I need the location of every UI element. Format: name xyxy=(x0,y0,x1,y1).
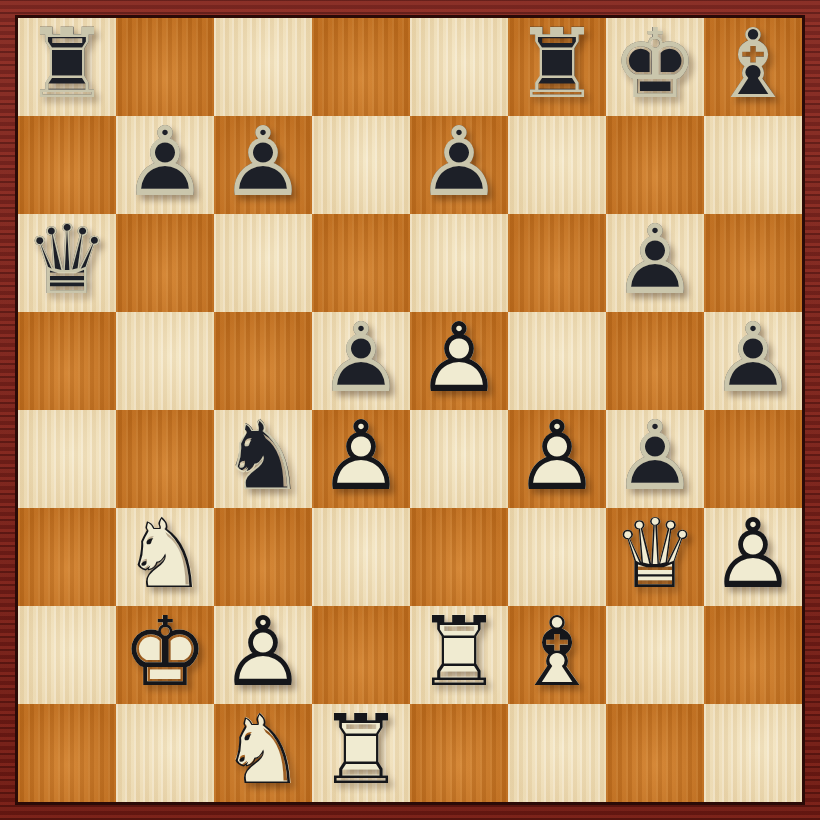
white-pawn-outline-icon: ♙ xyxy=(214,603,312,701)
square-g5[interactable] xyxy=(606,312,704,410)
black-knight-outline-icon: ♘ xyxy=(214,407,312,505)
square-c8[interactable] xyxy=(214,18,312,116)
square-a2[interactable] xyxy=(18,606,116,704)
piece-white-pawn[interactable]: ♟♙ xyxy=(508,410,606,508)
white-king-outline-icon: ♔ xyxy=(116,603,214,701)
square-b5[interactable] xyxy=(116,312,214,410)
black-pawn-outline-icon: ♙ xyxy=(410,113,508,211)
square-c4[interactable]: ♞♘ xyxy=(214,410,312,508)
square-e5[interactable]: ♟♙ xyxy=(410,312,508,410)
white-knight-outline-icon: ♘ xyxy=(116,505,214,603)
square-b8[interactable] xyxy=(116,18,214,116)
square-b6[interactable] xyxy=(116,214,214,312)
piece-black-knight[interactable]: ♞♘ xyxy=(214,410,312,508)
piece-black-queen[interactable]: ♛♕ xyxy=(18,214,116,312)
square-e8[interactable] xyxy=(410,18,508,116)
white-rook-outline-icon: ♖ xyxy=(410,603,508,701)
piece-white-pawn[interactable]: ♟♙ xyxy=(214,606,312,704)
square-f4[interactable]: ♟♙ xyxy=(508,410,606,508)
black-king-outline-icon: ♔ xyxy=(606,15,704,113)
square-f3[interactable] xyxy=(508,508,606,606)
square-h4[interactable] xyxy=(704,410,802,508)
square-h2[interactable] xyxy=(704,606,802,704)
square-g2[interactable] xyxy=(606,606,704,704)
square-d3[interactable] xyxy=(312,508,410,606)
black-rook-outline-icon: ♖ xyxy=(18,15,116,113)
piece-white-pawn[interactable]: ♟♙ xyxy=(312,410,410,508)
black-pawn-outline-icon: ♙ xyxy=(214,113,312,211)
square-c6[interactable] xyxy=(214,214,312,312)
board-frame: ♜♖♜♖♚♔♝♗♟♙♟♙♟♙♛♕♟♙♟♙♟♙♟♙♞♘♟♙♟♙♟♙♞♘♛♕♟♙♚♔… xyxy=(0,0,820,820)
square-e2[interactable]: ♜♖ xyxy=(410,606,508,704)
piece-black-pawn[interactable]: ♟♙ xyxy=(214,116,312,214)
piece-black-pawn[interactable]: ♟♙ xyxy=(606,410,704,508)
square-f7[interactable] xyxy=(508,116,606,214)
white-pawn-outline-icon: ♙ xyxy=(704,505,802,603)
chess-board: ♜♖♜♖♚♔♝♗♟♙♟♙♟♙♛♕♟♙♟♙♟♙♟♙♞♘♟♙♟♙♟♙♞♘♛♕♟♙♚♔… xyxy=(15,15,805,805)
square-h5[interactable]: ♟♙ xyxy=(704,312,802,410)
square-e7[interactable]: ♟♙ xyxy=(410,116,508,214)
square-a7[interactable] xyxy=(18,116,116,214)
square-h6[interactable] xyxy=(704,214,802,312)
square-a5[interactable] xyxy=(18,312,116,410)
square-a1[interactable] xyxy=(18,704,116,802)
piece-black-pawn[interactable]: ♟♙ xyxy=(312,312,410,410)
white-pawn-outline-icon: ♙ xyxy=(410,309,508,407)
white-bishop-outline-icon: ♗ xyxy=(508,603,606,701)
piece-black-pawn[interactable]: ♟♙ xyxy=(116,116,214,214)
square-c7[interactable]: ♟♙ xyxy=(214,116,312,214)
square-a4[interactable] xyxy=(18,410,116,508)
square-b3[interactable]: ♞♘ xyxy=(116,508,214,606)
square-b4[interactable] xyxy=(116,410,214,508)
square-e1[interactable] xyxy=(410,704,508,802)
square-d7[interactable] xyxy=(312,116,410,214)
piece-black-pawn[interactable]: ♟♙ xyxy=(410,116,508,214)
square-e6[interactable] xyxy=(410,214,508,312)
black-pawn-outline-icon: ♙ xyxy=(704,309,802,407)
square-h8[interactable]: ♝♗ xyxy=(704,18,802,116)
piece-white-rook[interactable]: ♜♖ xyxy=(410,606,508,704)
black-pawn-outline-icon: ♙ xyxy=(116,113,214,211)
white-queen-outline-icon: ♕ xyxy=(606,505,704,603)
square-b1[interactable] xyxy=(116,704,214,802)
square-d5[interactable]: ♟♙ xyxy=(312,312,410,410)
square-d6[interactable] xyxy=(312,214,410,312)
square-b7[interactable]: ♟♙ xyxy=(116,116,214,214)
black-pawn-outline-icon: ♙ xyxy=(606,407,704,505)
piece-white-pawn[interactable]: ♟♙ xyxy=(704,508,802,606)
piece-white-king[interactable]: ♚♔ xyxy=(116,606,214,704)
black-pawn-outline-icon: ♙ xyxy=(606,211,704,309)
square-h3[interactable]: ♟♙ xyxy=(704,508,802,606)
square-g6[interactable]: ♟♙ xyxy=(606,214,704,312)
square-g7[interactable] xyxy=(606,116,704,214)
square-f5[interactable] xyxy=(508,312,606,410)
white-pawn-outline-icon: ♙ xyxy=(312,407,410,505)
square-d8[interactable] xyxy=(312,18,410,116)
square-g8[interactable]: ♚♔ xyxy=(606,18,704,116)
square-d2[interactable] xyxy=(312,606,410,704)
black-bishop-outline-icon: ♗ xyxy=(704,15,802,113)
piece-white-bishop[interactable]: ♝♗ xyxy=(508,606,606,704)
square-c1[interactable]: ♞♘ xyxy=(214,704,312,802)
square-g1[interactable] xyxy=(606,704,704,802)
square-a3[interactable] xyxy=(18,508,116,606)
square-a8[interactable]: ♜♖ xyxy=(18,18,116,116)
piece-black-rook[interactable]: ♜♖ xyxy=(18,18,116,116)
square-e3[interactable] xyxy=(410,508,508,606)
square-e4[interactable] xyxy=(410,410,508,508)
piece-black-pawn[interactable]: ♟♙ xyxy=(704,312,802,410)
black-rook-outline-icon: ♖ xyxy=(508,15,606,113)
white-knight-outline-icon: ♘ xyxy=(214,701,312,799)
black-pawn-outline-icon: ♙ xyxy=(312,309,410,407)
white-pawn-outline-icon: ♙ xyxy=(508,407,606,505)
square-f8[interactable]: ♜♖ xyxy=(508,18,606,116)
square-c5[interactable] xyxy=(214,312,312,410)
square-g3[interactable]: ♛♕ xyxy=(606,508,704,606)
square-f1[interactable] xyxy=(508,704,606,802)
piece-black-bishop[interactable]: ♝♗ xyxy=(704,18,802,116)
square-g4[interactable]: ♟♙ xyxy=(606,410,704,508)
square-f2[interactable]: ♝♗ xyxy=(508,606,606,704)
piece-white-queen[interactable]: ♛♕ xyxy=(606,508,704,606)
black-queen-outline-icon: ♕ xyxy=(18,211,116,309)
piece-black-pawn[interactable]: ♟♙ xyxy=(606,214,704,312)
piece-black-king[interactable]: ♚♔ xyxy=(606,18,704,116)
piece-white-pawn[interactable]: ♟♙ xyxy=(410,312,508,410)
piece-white-knight[interactable]: ♞♘ xyxy=(116,508,214,606)
square-h1[interactable] xyxy=(704,704,802,802)
square-c3[interactable] xyxy=(214,508,312,606)
square-d4[interactable]: ♟♙ xyxy=(312,410,410,508)
square-d1[interactable]: ♜♖ xyxy=(312,704,410,802)
piece-white-rook[interactable]: ♜♖ xyxy=(312,704,410,802)
square-b2[interactable]: ♚♔ xyxy=(116,606,214,704)
square-a6[interactable]: ♛♕ xyxy=(18,214,116,312)
square-h7[interactable] xyxy=(704,116,802,214)
piece-black-rook[interactable]: ♜♖ xyxy=(508,18,606,116)
square-f6[interactable] xyxy=(508,214,606,312)
piece-white-knight[interactable]: ♞♘ xyxy=(214,704,312,802)
white-rook-outline-icon: ♖ xyxy=(312,701,410,799)
square-c2[interactable]: ♟♙ xyxy=(214,606,312,704)
